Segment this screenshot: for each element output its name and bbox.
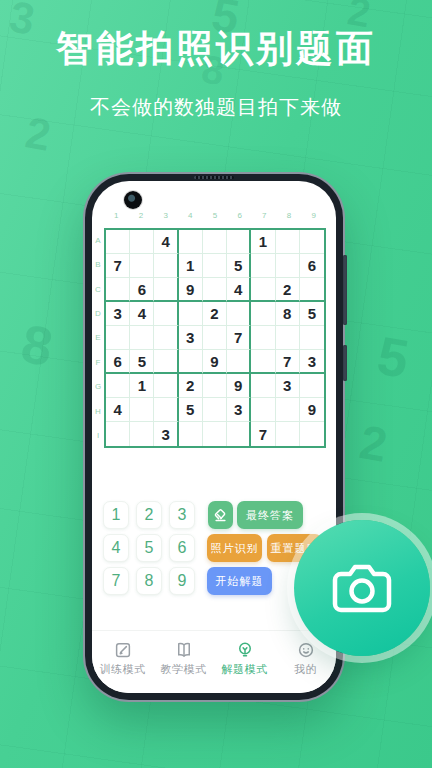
bottom-navigation: 训练模式 教学模式 解题模式	[92, 630, 336, 693]
keypad-digit-8[interactable]: 8	[136, 567, 162, 595]
sudoku-cell[interactable]: 8	[276, 302, 300, 326]
sudoku-cell[interactable]	[203, 422, 227, 446]
phone-volume-button	[343, 255, 347, 325]
book-icon	[175, 641, 193, 659]
row-label: D	[93, 301, 103, 325]
sudoku-cell[interactable]	[106, 374, 130, 398]
keypad-digit-9[interactable]: 9	[169, 567, 195, 595]
sudoku-cell[interactable]	[106, 326, 130, 350]
sudoku-cell[interactable]	[251, 278, 275, 302]
sudoku-cell[interactable]	[130, 230, 154, 254]
sudoku-cell[interactable]	[179, 302, 203, 326]
sudoku-cell[interactable]	[203, 398, 227, 422]
sudoku-cell[interactable]	[179, 422, 203, 446]
smiley-icon	[297, 641, 315, 659]
nav-item-teaching-mode[interactable]: 教学模式	[153, 641, 214, 677]
sudoku-cell[interactable]: 9	[300, 398, 324, 422]
sudoku-cell[interactable]: 5	[300, 302, 324, 326]
edit-icon	[114, 641, 132, 659]
sudoku-cell[interactable]: 7	[276, 350, 300, 374]
sudoku-cell[interactable]	[154, 326, 178, 350]
sudoku-cell[interactable]: 9	[227, 374, 251, 398]
sudoku-cell[interactable]	[154, 254, 178, 278]
sudoku-cell[interactable]	[203, 374, 227, 398]
sudoku-cell[interactable]	[154, 302, 178, 326]
eraser-icon	[213, 508, 228, 523]
sudoku-cell[interactable]	[227, 302, 251, 326]
nav-label: 解题模式	[222, 662, 268, 677]
sudoku-cell[interactable]	[203, 278, 227, 302]
nav-label: 训练模式	[100, 662, 146, 677]
sudoku-cell[interactable]	[154, 374, 178, 398]
sudoku-cell[interactable]	[179, 230, 203, 254]
keypad-digit-5[interactable]: 5	[136, 534, 162, 562]
page-title: 智能拍照识别题面	[0, 24, 432, 74]
sudoku-cell[interactable]: 1	[130, 374, 154, 398]
sudoku-cell[interactable]: 9	[179, 278, 203, 302]
col-label: 9	[301, 209, 326, 221]
sudoku-cell[interactable]	[154, 350, 178, 374]
sudoku-cell[interactable]	[276, 254, 300, 278]
sudoku-cell[interactable]	[106, 230, 130, 254]
row-label: E	[93, 326, 103, 350]
col-label: 4	[178, 209, 203, 221]
sudoku-cell[interactable]	[203, 254, 227, 278]
sudoku-row-labels: ABCDEFGHI	[93, 228, 103, 448]
keypad-digit-3[interactable]: 3	[169, 501, 195, 529]
sudoku-cell[interactable]	[251, 374, 275, 398]
sudoku-cell[interactable]: 7	[227, 326, 251, 350]
digit-keypad: 123456789	[103, 501, 195, 595]
sudoku-column-headers: 123456789	[104, 209, 326, 221]
nav-item-training-mode[interactable]: 训练模式	[92, 641, 153, 677]
sudoku-cell[interactable]	[300, 278, 324, 302]
sudoku-cell[interactable]	[130, 422, 154, 446]
watermark-number: 8	[18, 316, 57, 374]
sudoku-cell[interactable]	[276, 398, 300, 422]
row-label: G	[93, 375, 103, 399]
sudoku-cell[interactable]	[251, 350, 275, 374]
page-subtitle: 不会做的数独题目拍下来做	[0, 94, 432, 121]
sudoku-cell[interactable]	[300, 422, 324, 446]
sudoku-cell[interactable]: 2	[203, 302, 227, 326]
sudoku-cell[interactable]: 3	[227, 398, 251, 422]
front-camera-punch-hole	[124, 191, 142, 209]
sudoku-cell[interactable]	[179, 350, 203, 374]
camera-icon	[329, 559, 395, 617]
sudoku-cell[interactable]: 2	[179, 374, 203, 398]
sudoku-cell[interactable]	[227, 350, 251, 374]
sudoku-cell[interactable]: 5	[130, 350, 154, 374]
sudoku-cell[interactable]: 2	[276, 278, 300, 302]
sudoku-board[interactable]: 41715669423428537659731293453937	[104, 228, 326, 448]
nav-label: 教学模式	[161, 662, 207, 677]
sudoku-cell[interactable]	[106, 422, 130, 446]
sudoku-cell[interactable]	[154, 398, 178, 422]
sudoku-cell[interactable]: 6	[300, 254, 324, 278]
sudoku-cell[interactable]: 3	[106, 302, 130, 326]
final-answer-button[interactable]: 最终答案	[237, 501, 303, 529]
sudoku-cell[interactable]: 4	[106, 398, 130, 422]
keypad-digit-1[interactable]: 1	[103, 501, 129, 529]
phone-power-button	[343, 345, 347, 381]
sudoku-cell[interactable]	[276, 230, 300, 254]
sudoku-cell[interactable]	[227, 230, 251, 254]
sudoku-cell[interactable]	[300, 374, 324, 398]
camera-fab-button[interactable]	[294, 520, 430, 656]
col-label: 8	[277, 209, 302, 221]
sudoku-cell[interactable]: 1	[251, 230, 275, 254]
sudoku-cell[interactable]: 3	[276, 374, 300, 398]
eraser-button[interactable]	[208, 501, 233, 529]
sudoku-cell[interactable]	[251, 302, 275, 326]
row-label: H	[93, 399, 103, 423]
sudoku-cell[interactable]	[154, 278, 178, 302]
watermark-number: 2	[356, 418, 391, 470]
sudoku-cell[interactable]: 7	[251, 422, 275, 446]
sudoku-cell[interactable]	[130, 254, 154, 278]
sudoku-cell[interactable]: 5	[179, 398, 203, 422]
sudoku-cell[interactable]: 7	[106, 254, 130, 278]
col-label: 1	[104, 209, 129, 221]
col-label: 6	[227, 209, 252, 221]
col-label: 5	[203, 209, 228, 221]
row-label: A	[93, 228, 103, 252]
sudoku-cell[interactable]	[203, 230, 227, 254]
keypad-digit-6[interactable]: 6	[169, 534, 195, 562]
sudoku-cell[interactable]	[276, 422, 300, 446]
sudoku-cell[interactable]: 6	[130, 278, 154, 302]
col-label: 2	[129, 209, 154, 221]
sudoku-cell[interactable]	[300, 230, 324, 254]
sudoku-cell[interactable]: 3	[179, 326, 203, 350]
photo-recognize-button[interactable]: 照片识别	[207, 534, 262, 562]
sudoku-cell[interactable]	[300, 326, 324, 350]
nav-label: 我的	[294, 662, 317, 677]
col-label: 3	[153, 209, 178, 221]
sudoku-cell[interactable]	[130, 398, 154, 422]
row-label: C	[93, 277, 103, 301]
sudoku-cell[interactable]	[251, 254, 275, 278]
sudoku-cell[interactable]: 3	[300, 350, 324, 374]
sudoku-cell[interactable]: 5	[227, 254, 251, 278]
start-solve-button[interactable]: 开始解题	[207, 567, 272, 595]
sudoku-cell[interactable]: 6	[106, 350, 130, 374]
sudoku-cell[interactable]: 1	[179, 254, 203, 278]
nav-item-solving-mode[interactable]: 解题模式	[214, 641, 275, 677]
sudoku-cell[interactable]: 3	[154, 422, 178, 446]
row-label: I	[93, 424, 103, 448]
col-label: 7	[252, 209, 277, 221]
sudoku-cell[interactable]	[251, 326, 275, 350]
sudoku-cell[interactable]: 4	[227, 278, 251, 302]
keypad-digit-7[interactable]: 7	[103, 567, 129, 595]
sudoku-cell[interactable]	[276, 326, 300, 350]
sudoku-cell[interactable]: 9	[203, 350, 227, 374]
sudoku-cell[interactable]: 4	[130, 302, 154, 326]
sudoku-cell[interactable]	[227, 422, 251, 446]
sudoku-cell[interactable]	[106, 278, 130, 302]
sudoku-cell[interactable]	[130, 326, 154, 350]
bulb-icon	[236, 641, 254, 659]
phone-speaker-grille	[194, 176, 234, 179]
row-label: B	[93, 252, 103, 276]
sudoku-cell[interactable]	[251, 398, 275, 422]
keypad-digit-2[interactable]: 2	[136, 501, 162, 529]
sudoku-cell[interactable]: 4	[154, 230, 178, 254]
watermark-number: 5	[374, 328, 413, 386]
keypad-digit-4[interactable]: 4	[103, 534, 129, 562]
sudoku-cell[interactable]	[203, 326, 227, 350]
row-label: F	[93, 350, 103, 374]
